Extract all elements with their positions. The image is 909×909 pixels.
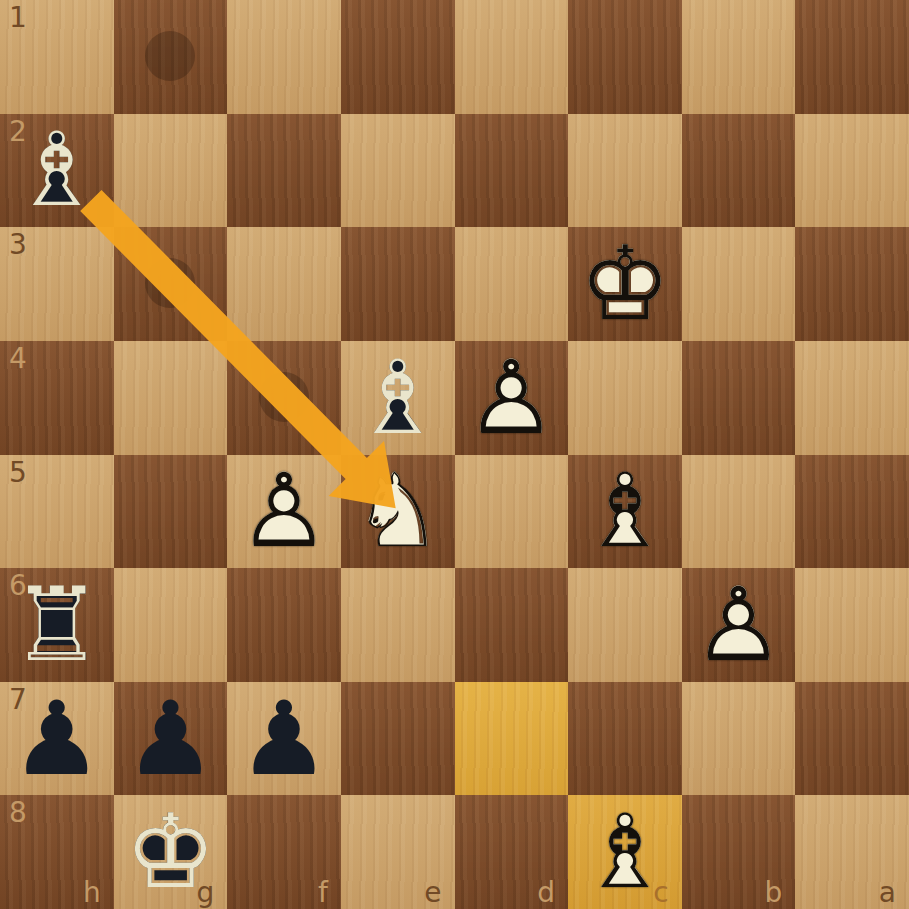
legal-move-dot-g1	[145, 31, 195, 81]
square-c7[interactable]	[568, 682, 682, 796]
white-pawn-f5[interactable]: ♟♙	[227, 455, 341, 569]
bishop-outline-glyph: ♗	[568, 455, 682, 569]
square-e5[interactable]: ♞♘	[341, 455, 455, 569]
file-label-a: a	[879, 876, 896, 909]
legal-move-dot-g3	[145, 258, 195, 308]
square-c5[interactable]: ♝♗	[568, 455, 682, 569]
rank-label-8: 8	[9, 796, 27, 829]
bishop-outline-glyph: ♗	[341, 341, 455, 455]
black-king-g8[interactable]: ♚♔	[114, 795, 228, 909]
knight-outline-glyph: ♘	[341, 455, 455, 569]
rook-outline-glyph: ♖	[0, 568, 114, 682]
square-g5[interactable]	[114, 455, 228, 569]
square-h7[interactable]: 7♟	[0, 682, 114, 796]
square-e3[interactable]	[341, 227, 455, 341]
square-h1[interactable]: 1	[0, 0, 114, 114]
square-h5[interactable]: 5	[0, 455, 114, 569]
square-e1[interactable]	[341, 0, 455, 114]
rank-label-4: 4	[9, 342, 27, 375]
chess-board: 12♝♗3♚♔4♝♗♟♙5♟♙♞♘♝♗6♜♖♟♙7♟♟♟8hg♚♔fedc♝♗b…	[0, 0, 909, 909]
square-c6[interactable]	[568, 568, 682, 682]
square-h4[interactable]: 4	[0, 341, 114, 455]
pawn-outline-glyph: ♙	[455, 341, 569, 455]
square-d4[interactable]: ♟♙	[455, 341, 569, 455]
file-label-f: f	[318, 876, 328, 909]
king-outline-glyph: ♔	[568, 227, 682, 341]
square-b7[interactable]	[682, 682, 796, 796]
square-b1[interactable]	[682, 0, 796, 114]
black-pawn-h7[interactable]: ♟	[0, 682, 114, 796]
square-g4[interactable]	[114, 341, 228, 455]
square-h8[interactable]: 8h	[0, 795, 114, 909]
file-label-e: e	[424, 876, 441, 909]
square-c4[interactable]	[568, 341, 682, 455]
square-f5[interactable]: ♟♙	[227, 455, 341, 569]
white-knight-e5[interactable]: ♞♘	[341, 455, 455, 569]
black-bishop-h2[interactable]: ♝♗	[0, 114, 114, 228]
square-h6[interactable]: 6♜♖	[0, 568, 114, 682]
file-label-d: d	[537, 876, 555, 909]
square-a6[interactable]	[795, 568, 909, 682]
square-a5[interactable]	[795, 455, 909, 569]
black-pawn-glyph: ♟	[114, 682, 228, 796]
rank-label-5: 5	[9, 456, 27, 489]
square-b8[interactable]: b	[682, 795, 796, 909]
square-g8[interactable]: g♚♔	[114, 795, 228, 909]
square-h2[interactable]: 2♝♗	[0, 114, 114, 228]
white-king-c3[interactable]: ♚♔	[568, 227, 682, 341]
black-pawn-f7[interactable]: ♟	[227, 682, 341, 796]
square-a7[interactable]	[795, 682, 909, 796]
square-h3[interactable]: 3	[0, 227, 114, 341]
bishop-outline-glyph: ♗	[568, 795, 682, 909]
square-b2[interactable]	[682, 114, 796, 228]
square-e7[interactable]	[341, 682, 455, 796]
black-pawn-g7[interactable]: ♟	[114, 682, 228, 796]
white-bishop-c5[interactable]: ♝♗	[568, 455, 682, 569]
square-f2[interactable]	[227, 114, 341, 228]
square-g7[interactable]: ♟	[114, 682, 228, 796]
rank-label-3: 3	[9, 228, 27, 261]
square-g6[interactable]	[114, 568, 228, 682]
file-label-h: h	[83, 876, 101, 909]
pawn-outline-glyph: ♙	[227, 455, 341, 569]
black-rook-h6[interactable]: ♜♖	[0, 568, 114, 682]
square-f6[interactable]	[227, 568, 341, 682]
square-e8[interactable]: e	[341, 795, 455, 909]
square-c3[interactable]: ♚♔	[568, 227, 682, 341]
white-pawn-b6[interactable]: ♟♙	[682, 568, 796, 682]
square-f8[interactable]: f	[227, 795, 341, 909]
black-bishop-e4[interactable]: ♝♗	[341, 341, 455, 455]
square-f3[interactable]	[227, 227, 341, 341]
square-b5[interactable]	[682, 455, 796, 569]
rank-label-1: 1	[9, 1, 27, 34]
square-a1[interactable]	[795, 0, 909, 114]
square-e2[interactable]	[341, 114, 455, 228]
square-e4[interactable]: ♝♗	[341, 341, 455, 455]
square-b3[interactable]	[682, 227, 796, 341]
chess-app: 12♝♗3♚♔4♝♗♟♙5♟♙♞♘♝♗6♜♖♟♙7♟♟♟8hg♚♔fedc♝♗b…	[0, 0, 909, 909]
square-f7[interactable]: ♟	[227, 682, 341, 796]
king-outline-glyph: ♔	[114, 795, 228, 909]
bishop-outline-glyph: ♗	[0, 114, 114, 228]
square-g3[interactable]	[114, 227, 228, 341]
square-c1[interactable]	[568, 0, 682, 114]
legal-move-dot-f4	[259, 372, 309, 422]
square-d1[interactable]	[455, 0, 569, 114]
square-e6[interactable]	[341, 568, 455, 682]
square-b4[interactable]	[682, 341, 796, 455]
white-pawn-d4[interactable]: ♟♙	[455, 341, 569, 455]
white-bishop-c8[interactable]: ♝♗	[568, 795, 682, 909]
square-d3[interactable]	[455, 227, 569, 341]
square-f4[interactable]	[227, 341, 341, 455]
square-g1[interactable]	[114, 0, 228, 114]
pawn-outline-glyph: ♙	[682, 568, 796, 682]
square-b6[interactable]: ♟♙	[682, 568, 796, 682]
square-a3[interactable]	[795, 227, 909, 341]
square-d7[interactable]	[455, 682, 569, 796]
square-a2[interactable]	[795, 114, 909, 228]
square-c8[interactable]: c♝♗	[568, 795, 682, 909]
square-a4[interactable]	[795, 341, 909, 455]
black-pawn-glyph: ♟	[0, 682, 114, 796]
square-c2[interactable]	[568, 114, 682, 228]
square-a8[interactable]: a	[795, 795, 909, 909]
square-d8[interactable]: d	[455, 795, 569, 909]
square-f1[interactable]	[227, 0, 341, 114]
file-label-b: b	[765, 876, 783, 909]
square-d5[interactable]	[455, 455, 569, 569]
square-g2[interactable]	[114, 114, 228, 228]
black-pawn-glyph: ♟	[227, 682, 341, 796]
square-d6[interactable]	[455, 568, 569, 682]
square-d2[interactable]	[455, 114, 569, 228]
